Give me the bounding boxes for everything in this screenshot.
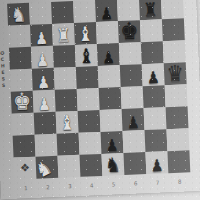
square-h5: ♛ [164, 62, 187, 85]
file-label: 8 [169, 178, 191, 185]
square-f1 [123, 152, 146, 175]
square-f5 [120, 64, 143, 87]
square-e1: ♞ [101, 153, 124, 176]
square-e8: ♟ [95, 0, 118, 22]
white-knight: ♞ [33, 156, 54, 182]
square-a6 [9, 47, 32, 70]
white-knight: ♞ [11, 5, 27, 26]
brand-text: CHESS [0, 57, 6, 90]
square-a2 [13, 135, 36, 158]
file-label: 5 [103, 181, 125, 188]
square-c6 [53, 45, 76, 68]
square-e3 [100, 109, 123, 132]
white-pawn: ♟ [35, 30, 48, 47]
black-pawn: ♟ [127, 114, 140, 131]
square-e4 [99, 87, 122, 110]
black-bishop: ♝ [78, 46, 94, 67]
square-a7 [8, 25, 31, 48]
square-b8 [29, 2, 52, 25]
square-h2 [166, 128, 189, 151]
square-b7: ♟ [30, 24, 53, 47]
square-f4 [121, 86, 144, 109]
black-knight: ♞ [105, 155, 121, 176]
square-d8 [73, 0, 96, 23]
square-f3: ♟ [122, 108, 145, 131]
square-e2: ♟ [101, 131, 124, 154]
black-pawn: ♟ [105, 137, 118, 154]
black-king: ♚ [120, 19, 139, 43]
white-bishop: ♝ [77, 24, 93, 45]
file-label: 3 [59, 183, 81, 190]
square-h1 [167, 150, 190, 173]
white-pawn: ♟ [37, 74, 50, 91]
black-rook: ♜ [143, 1, 158, 20]
white-bishop: ♝ [59, 113, 75, 134]
black-pawn: ♟ [147, 69, 160, 86]
square-c5 [54, 67, 77, 90]
black-pawn: ♟ [102, 49, 115, 66]
square-h7 [162, 18, 185, 41]
square-c8 [51, 1, 74, 24]
square-d3 [78, 110, 101, 133]
file-label: 4 [81, 182, 103, 189]
square-d2 [79, 132, 102, 155]
black-pawn: ♟ [150, 157, 163, 174]
white-pawn: ♟ [36, 52, 49, 69]
black-pawn: ♟ [100, 5, 113, 22]
square-e5 [98, 65, 121, 88]
square-b1: ♞ [36, 156, 59, 179]
white-pawn: ♟ [38, 96, 51, 113]
square-h8 [161, 0, 184, 19]
square-b5: ♟ [32, 68, 55, 91]
square-d5 [76, 66, 99, 89]
black-queen: ♛ [166, 62, 184, 85]
square-h4 [165, 84, 188, 107]
white-king: ♚ [13, 89, 32, 113]
square-a4: ♚ [11, 91, 34, 114]
square-b6: ♟ [31, 46, 54, 69]
file-label: 7 [147, 179, 169, 186]
corner-emblem-icon: ❖ [20, 161, 30, 174]
square-d6: ♝ [75, 44, 98, 67]
square-g5: ♟ [142, 63, 165, 86]
square-c2 [57, 133, 80, 156]
file-label: 1 [15, 185, 37, 192]
square-c3: ♝ [56, 111, 79, 134]
square-c4 [55, 89, 78, 112]
square-c7: ♜ [52, 23, 75, 46]
file-label: 2 [37, 184, 59, 191]
square-d1 [79, 154, 102, 177]
square-g7 [140, 19, 163, 42]
square-d4 [77, 88, 100, 111]
square-a3 [12, 113, 35, 136]
file-label: 6 [125, 180, 147, 187]
square-f7: ♚ [118, 20, 141, 43]
square-e6: ♟ [97, 43, 120, 66]
square-d7: ♝ [74, 22, 97, 45]
square-g3 [144, 107, 167, 130]
square-f6 [119, 42, 142, 65]
square-g2 [145, 129, 168, 152]
chessboard-photo: ✪ CHESS ♞♟♜♟♜♝♚♟♝♟♟♟♛♚♟♝♟♟❖♞♞♟ 12345678 [0, 0, 200, 200]
square-b4: ♟ [33, 90, 56, 113]
square-e7 [96, 21, 119, 44]
square-c1 [58, 155, 81, 178]
square-g8: ♜ [139, 0, 162, 20]
brand-logo-icon: ✪ [0, 50, 4, 56]
square-f2 [123, 130, 146, 153]
square-h3 [166, 106, 189, 129]
square-g1: ♟ [145, 151, 168, 174]
square-g4 [143, 85, 166, 108]
square-b3 [34, 112, 57, 135]
white-rook: ♜ [56, 26, 71, 45]
square-g6 [141, 41, 164, 64]
board: ✪ CHESS ♞♟♜♟♜♝♚♟♝♟♟♟♛♚♟♝♟♟❖♞♞♟ 12345678 [0, 0, 200, 199]
chess-board: ♞♟♜♟♜♝♚♟♝♟♟♟♛♚♟♝♟♟❖♞♞♟ [7, 0, 190, 180]
square-a8: ♞ [7, 3, 30, 26]
